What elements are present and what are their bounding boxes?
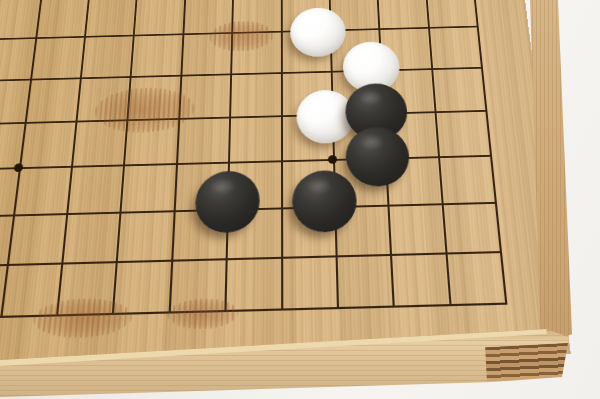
star-point [14,163,24,172]
black-stone-Q3[interactable] [292,169,358,232]
go-board[interactable] [0,0,571,384]
black-stone-R4[interactable] [345,126,411,187]
photo-backdrop [0,0,600,399]
black-stone-O3[interactable] [194,170,260,233]
star-point [328,155,337,164]
intersection-grid[interactable] [0,0,536,357]
white-stone-Q7[interactable] [290,7,346,57]
